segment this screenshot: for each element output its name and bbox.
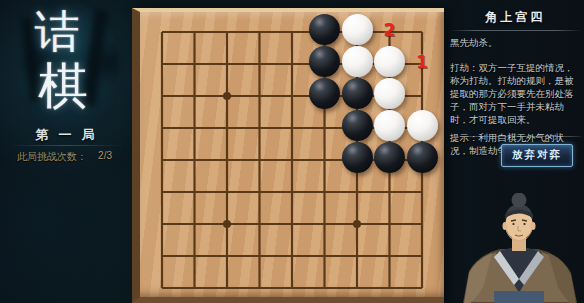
panel-divider — [449, 136, 584, 137]
black-stone — [374, 142, 405, 173]
white-stone — [342, 14, 373, 45]
black-stone — [309, 46, 340, 77]
star-point — [223, 220, 231, 228]
star-point — [223, 92, 231, 100]
black-stone — [342, 110, 373, 141]
black-stone — [309, 78, 340, 109]
npc-portrait — [454, 193, 584, 303]
sidebar: 诘 棋 第一局 此局挑战次数： 2/3 — [0, 0, 132, 303]
puzzle-objective: 黑先劫杀。 — [450, 36, 582, 49]
ko-rule-text: 打劫：双方一子互提的情况，称为打劫。打劫的规则，是被提取的那方必须要先在别处落子… — [450, 61, 582, 126]
title-divider — [449, 30, 582, 31]
move-hint-label: 1 — [416, 52, 428, 72]
attempts-label: 此局挑战次数： — [17, 150, 87, 164]
star-point — [353, 220, 361, 228]
white-stone — [374, 78, 405, 109]
black-stone — [342, 78, 373, 109]
calligraphy-char: 棋 — [6, 58, 120, 114]
calligraphy-char: 诘 — [0, 6, 120, 58]
sidebar-divider — [8, 145, 124, 146]
black-stone — [407, 142, 438, 173]
white-stone — [342, 46, 373, 77]
puzzle-title: 角上宫四 — [451, 9, 580, 26]
attempts-value: 2/3 — [98, 150, 112, 164]
round-label: 第一局 — [0, 126, 130, 144]
attempts-counter: 此局挑战次数： 2/3 — [0, 150, 132, 164]
black-stone — [309, 14, 340, 45]
puzzle-mode-title: 诘 棋 — [0, 6, 120, 114]
white-stone — [374, 46, 405, 77]
white-stone — [407, 110, 438, 141]
move-hint-label: 2 — [384, 20, 396, 40]
black-stone — [342, 142, 373, 173]
white-stone — [374, 110, 405, 141]
puzzle-info-panel: 角上宫四 黑先劫杀。 打劫：双方一子互提的情况，称为打劫。打劫的规则，是被提取的… — [447, 0, 584, 303]
go-board[interactable]: 21 — [132, 8, 444, 303]
give-up-button[interactable]: 放弃对弈 — [501, 144, 573, 167]
